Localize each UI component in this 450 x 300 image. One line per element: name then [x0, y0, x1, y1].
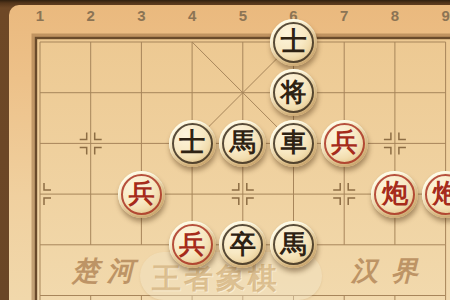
piece-black-general[interactable]: 将 [270, 69, 317, 116]
piece-black-advisor[interactable]: 士 [169, 120, 216, 167]
pieces-layer: 士将士馬車兵兵炮炮兵卒馬 [0, 0, 450, 300]
piece-black-advisor[interactable]: 士 [270, 19, 317, 66]
piece-red-soldier[interactable]: 兵 [118, 171, 165, 218]
piece-red-cannon[interactable]: 炮 [371, 171, 418, 218]
piece-black-horse[interactable]: 馬 [270, 221, 317, 268]
piece-red-cannon[interactable]: 炮 [422, 171, 450, 218]
piece-glyph: 馬 [230, 129, 256, 155]
piece-glyph: 士 [179, 129, 205, 155]
piece-glyph: 車 [281, 129, 307, 155]
piece-glyph: 兵 [128, 180, 154, 206]
piece-glyph: 将 [281, 79, 307, 105]
piece-red-soldier[interactable]: 兵 [169, 221, 216, 268]
xiangqi-app-screen: 123456789 王者象棋 楚河 汉界 士将士馬車兵兵炮炮兵卒馬 [0, 0, 450, 300]
piece-glyph: 兵 [179, 231, 205, 257]
piece-black-soldier[interactable]: 卒 [219, 221, 266, 268]
piece-glyph: 炮 [382, 180, 408, 206]
piece-glyph: 士 [281, 28, 307, 54]
piece-glyph: 兵 [331, 129, 357, 155]
piece-black-chariot[interactable]: 車 [270, 120, 317, 167]
piece-black-horse[interactable]: 馬 [219, 120, 266, 167]
piece-red-soldier[interactable]: 兵 [321, 120, 368, 167]
piece-glyph: 炮 [433, 180, 450, 206]
piece-glyph: 馬 [281, 231, 307, 257]
piece-glyph: 卒 [230, 231, 256, 257]
